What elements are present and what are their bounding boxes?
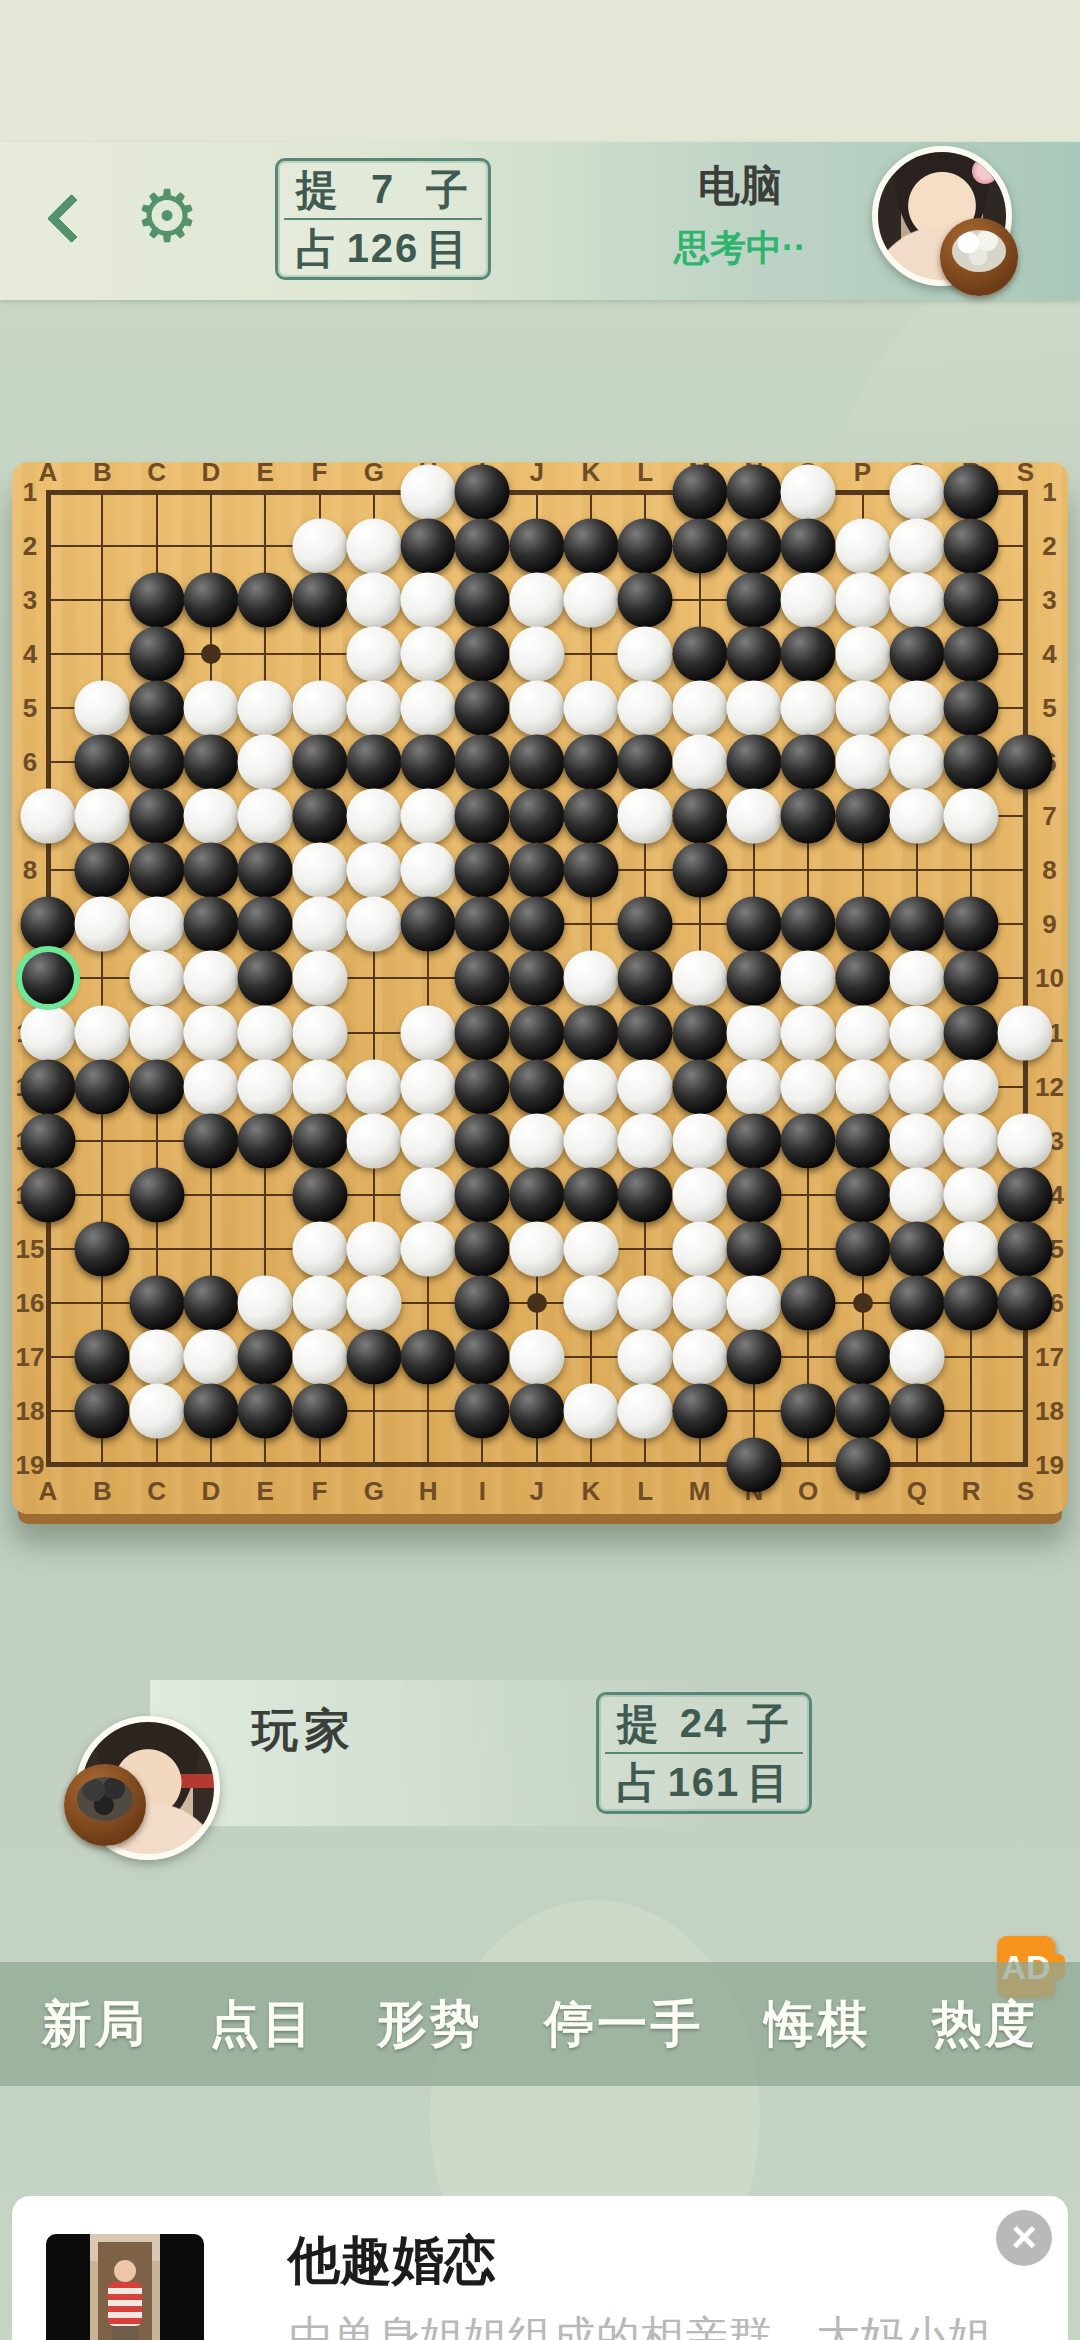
stone-L11 xyxy=(618,1005,673,1060)
col-label: L xyxy=(637,457,653,488)
row-label: 12 xyxy=(1035,1071,1064,1102)
stone-Q12 xyxy=(889,1059,944,1114)
capture-label: 提 xyxy=(617,1696,661,1752)
row-label: 4 xyxy=(23,639,37,670)
stone-P2 xyxy=(835,519,890,574)
stone-H6 xyxy=(401,735,456,790)
stone-B15 xyxy=(75,1221,130,1276)
opponent-name: 电脑 xyxy=(640,158,840,214)
stone-O4 xyxy=(781,627,836,682)
stone-N4 xyxy=(726,627,781,682)
stone-J8 xyxy=(509,843,564,898)
stone-R12 xyxy=(944,1059,999,1114)
stone-H7 xyxy=(401,789,456,844)
stone-G5 xyxy=(346,681,401,736)
stone-B17 xyxy=(75,1329,130,1384)
row-label: 17 xyxy=(1035,1341,1064,1372)
back-button[interactable] xyxy=(44,195,90,241)
col-label: M xyxy=(689,1475,711,1506)
player-name: 玩家 xyxy=(252,1700,392,1762)
stone-N17 xyxy=(726,1329,781,1384)
status-strip xyxy=(0,0,1080,142)
stone-K13 xyxy=(564,1113,619,1168)
stone-N11 xyxy=(726,1005,781,1060)
col-label: L xyxy=(637,1475,653,1506)
col-label: B xyxy=(93,1475,112,1506)
ad-title: 他趣婚恋 xyxy=(288,2226,496,2296)
row-label: 15 xyxy=(16,1233,45,1264)
stone-J6 xyxy=(509,735,564,790)
col-label: G xyxy=(364,1475,384,1506)
stone-R5 xyxy=(944,681,999,736)
stone-L3 xyxy=(618,573,673,628)
stone-N19 xyxy=(726,1437,781,1492)
stone-C18 xyxy=(129,1383,184,1438)
stone-K15 xyxy=(564,1221,619,1276)
capture-unit: 子 xyxy=(747,1696,791,1752)
stone-I16 xyxy=(455,1275,510,1330)
stone-D17 xyxy=(183,1329,238,1384)
stone-I11 xyxy=(455,1005,510,1060)
stone-R6 xyxy=(944,735,999,790)
stone-P6 xyxy=(835,735,890,790)
territory-unit: 目 xyxy=(747,1755,791,1811)
stone-A11 xyxy=(21,1005,76,1060)
stone-P9 xyxy=(835,897,890,952)
stone-M17 xyxy=(672,1329,727,1384)
stone-P14 xyxy=(835,1167,890,1222)
stone-F14 xyxy=(292,1167,347,1222)
go-board[interactable]: AABBCCDDEEFFGGHHIIJJKKLLMMNNOOPPQQRRSS11… xyxy=(12,462,1068,1514)
stone-I10 xyxy=(455,951,510,1006)
stone-F8 xyxy=(292,843,347,898)
stone-H2 xyxy=(401,519,456,574)
row-label: 6 xyxy=(23,747,37,778)
stone-G15 xyxy=(346,1221,401,1276)
ad-thumb-person-body xyxy=(108,2282,142,2326)
stone-R3 xyxy=(944,573,999,628)
col-label: K xyxy=(582,1475,601,1506)
stone-Q3 xyxy=(889,573,944,628)
last-move-marker xyxy=(16,946,80,1010)
stone-N7 xyxy=(726,789,781,844)
stone-K12 xyxy=(564,1059,619,1114)
stone-F10 xyxy=(292,951,347,1006)
stone-E10 xyxy=(238,951,293,1006)
row-label: 19 xyxy=(1035,1449,1064,1480)
stone-N5 xyxy=(726,681,781,736)
stone-M1 xyxy=(672,465,727,520)
stone-F16 xyxy=(292,1275,347,1330)
stone-G13 xyxy=(346,1113,401,1168)
stone-L13 xyxy=(618,1113,673,1168)
row-label: 8 xyxy=(1042,855,1056,886)
col-label: B xyxy=(93,457,112,488)
ad-thumb-person xyxy=(114,2260,136,2282)
stone-J3 xyxy=(509,573,564,628)
stone-E13 xyxy=(238,1113,293,1168)
stone-H17 xyxy=(401,1329,456,1384)
stone-I18 xyxy=(455,1383,510,1438)
stone-C10 xyxy=(129,951,184,1006)
menu-count-points[interactable]: 点目 xyxy=(209,1991,315,2058)
stone-R15 xyxy=(944,1221,999,1276)
stone-H12 xyxy=(401,1059,456,1114)
stone-B6 xyxy=(75,735,130,790)
app-screen: ⚙ 提 7 子 占 126 目 电脑 思考中·· AABBCCDDEEFFGGH… xyxy=(0,0,1080,2340)
stone-A12 xyxy=(21,1059,76,1114)
stone-A7 xyxy=(21,789,76,844)
stone-O7 xyxy=(781,789,836,844)
menu-undo[interactable]: 悔棋 xyxy=(765,1991,871,2058)
territory-value: 161 xyxy=(668,1760,741,1805)
player-score-box: 提 24 子 占 161 目 xyxy=(596,1692,812,1814)
stone-J5 xyxy=(509,681,564,736)
stone-O16 xyxy=(781,1275,836,1330)
col-label: O xyxy=(798,1475,818,1506)
white-stone-bowl xyxy=(940,218,1018,296)
stone-C3 xyxy=(129,573,184,628)
stone-K14 xyxy=(564,1167,619,1222)
col-label: D xyxy=(202,1475,221,1506)
stone-R2 xyxy=(944,519,999,574)
stone-F11 xyxy=(292,1005,347,1060)
stone-N13 xyxy=(726,1113,781,1168)
col-label: F xyxy=(312,457,328,488)
row-label: 7 xyxy=(1042,801,1056,832)
stone-B5 xyxy=(75,681,130,736)
stone-D12 xyxy=(183,1059,238,1114)
stone-M16 xyxy=(672,1275,727,1330)
col-label: E xyxy=(257,1475,274,1506)
stone-C5 xyxy=(129,681,184,736)
stone-O10 xyxy=(781,951,836,1006)
stone-Q9 xyxy=(889,897,944,952)
capture-unit: 子 xyxy=(426,162,470,218)
stone-Q10 xyxy=(889,951,944,1006)
stone-S6 xyxy=(998,735,1053,790)
col-label: K xyxy=(582,457,601,488)
col-label: R xyxy=(962,1475,981,1506)
stone-F9 xyxy=(292,897,347,952)
stone-G16 xyxy=(346,1275,401,1330)
bottom-menu-bar: 新局 点目 形势 停一手 悔棋 热度 xyxy=(0,1962,1080,2086)
stone-D13 xyxy=(183,1113,238,1168)
stone-N15 xyxy=(726,1221,781,1276)
stone-K7 xyxy=(564,789,619,844)
menu-heat[interactable]: 热度 xyxy=(932,1991,1038,2058)
col-label: D xyxy=(202,457,221,488)
stone-J10 xyxy=(509,951,564,1006)
col-label: C xyxy=(147,1475,166,1506)
stone-P13 xyxy=(835,1113,890,1168)
stone-L12 xyxy=(618,1059,673,1114)
stone-B11 xyxy=(75,1005,130,1060)
stone-D7 xyxy=(183,789,238,844)
stone-J15 xyxy=(509,1221,564,1276)
stone-O6 xyxy=(781,735,836,790)
row-label: 8 xyxy=(23,855,37,886)
row-label: 9 xyxy=(1042,909,1056,940)
stone-S14 xyxy=(998,1167,1053,1222)
stone-I17 xyxy=(455,1329,510,1384)
stone-F5 xyxy=(292,681,347,736)
stone-Q14 xyxy=(889,1167,944,1222)
stone-A13 xyxy=(21,1113,76,1168)
stone-K3 xyxy=(564,573,619,628)
stone-F18 xyxy=(292,1383,347,1438)
menu-pass[interactable]: 停一手 xyxy=(544,1991,703,2058)
col-label: A xyxy=(39,457,58,488)
stone-A14 xyxy=(21,1167,76,1222)
stone-I2 xyxy=(455,519,510,574)
stone-C9 xyxy=(129,897,184,952)
row-label: 5 xyxy=(1042,693,1056,724)
ad-description: 由单身姐姐组成的相亲群，大妈小姐姐都在... xyxy=(288,2308,988,2340)
stone-I12 xyxy=(455,1059,510,1114)
stone-I9 xyxy=(455,897,510,952)
stone-J2 xyxy=(509,519,564,574)
col-label: E xyxy=(257,457,274,488)
capture-value: 7 xyxy=(371,167,395,212)
stone-M11 xyxy=(672,1005,727,1060)
row-label: 19 xyxy=(16,1449,45,1480)
row-label: 1 xyxy=(1042,477,1056,508)
stone-L2 xyxy=(618,519,673,574)
stone-H13 xyxy=(401,1113,456,1168)
stone-P4 xyxy=(835,627,890,682)
stone-K6 xyxy=(564,735,619,790)
stone-Q2 xyxy=(889,519,944,574)
stone-K5 xyxy=(564,681,619,736)
row-label: 17 xyxy=(16,1341,45,1372)
menu-situation[interactable]: 形势 xyxy=(377,1991,483,2058)
stone-M6 xyxy=(672,735,727,790)
stone-B12 xyxy=(75,1059,130,1114)
stone-R7 xyxy=(944,789,999,844)
stone-H3 xyxy=(401,573,456,628)
stone-H8 xyxy=(401,843,456,898)
stone-Q13 xyxy=(889,1113,944,1168)
stone-E7 xyxy=(238,789,293,844)
stone-F3 xyxy=(292,573,347,628)
star-point xyxy=(853,1293,873,1313)
stone-D3 xyxy=(183,573,238,628)
star-point xyxy=(201,644,221,664)
stone-I1 xyxy=(455,465,510,520)
stone-D10 xyxy=(183,951,238,1006)
stone-G4 xyxy=(346,627,401,682)
row-label: 18 xyxy=(1035,1395,1064,1426)
stone-R10 xyxy=(944,951,999,1006)
row-label: 5 xyxy=(23,693,37,724)
stone-J13 xyxy=(509,1113,564,1168)
stone-E8 xyxy=(238,843,293,898)
stone-Q7 xyxy=(889,789,944,844)
ad-thumb-person-legs xyxy=(112,2326,138,2340)
stone-C16 xyxy=(129,1275,184,1330)
stone-J4 xyxy=(509,627,564,682)
menu-new-game[interactable]: 新局 xyxy=(42,1991,148,2058)
col-label: C xyxy=(147,457,166,488)
stone-F13 xyxy=(292,1113,347,1168)
ad-thumbnail: 广告 xyxy=(46,2234,204,2340)
stone-E6 xyxy=(238,735,293,790)
stone-D16 xyxy=(183,1275,238,1330)
stone-Q4 xyxy=(889,627,944,682)
stone-F7 xyxy=(292,789,347,844)
stone-M14 xyxy=(672,1167,727,1222)
stone-P3 xyxy=(835,573,890,628)
stone-D18 xyxy=(183,1383,238,1438)
stone-B9 xyxy=(75,897,130,952)
stone-O1 xyxy=(781,465,836,520)
stone-Q5 xyxy=(889,681,944,736)
stone-O11 xyxy=(781,1005,836,1060)
stone-K16 xyxy=(564,1275,619,1330)
stone-R14 xyxy=(944,1167,999,1222)
ad-close-icon[interactable]: × xyxy=(996,2210,1052,2266)
col-label: S xyxy=(1017,1475,1034,1506)
row-label: 18 xyxy=(16,1395,45,1426)
stone-D6 xyxy=(183,735,238,790)
stone-C6 xyxy=(129,735,184,790)
opponent-score-box: 提 7 子 占 126 目 xyxy=(275,158,491,280)
stone-L4 xyxy=(618,627,673,682)
stone-H4 xyxy=(401,627,456,682)
stone-Q1 xyxy=(889,465,944,520)
stone-H15 xyxy=(401,1221,456,1276)
stone-L17 xyxy=(618,1329,673,1384)
stone-E5 xyxy=(238,681,293,736)
stone-Q18 xyxy=(889,1383,944,1438)
stone-D9 xyxy=(183,897,238,952)
stone-F2 xyxy=(292,519,347,574)
stone-O5 xyxy=(781,681,836,736)
stone-M18 xyxy=(672,1383,727,1438)
territory-label: 占 xyxy=(296,221,340,277)
stone-J14 xyxy=(509,1167,564,1222)
stone-G9 xyxy=(346,897,401,952)
stone-A9 xyxy=(21,897,76,952)
stone-R13 xyxy=(944,1113,999,1168)
stone-O3 xyxy=(781,573,836,628)
row-label: 1 xyxy=(23,477,37,508)
stone-K10 xyxy=(564,951,619,1006)
stone-Q11 xyxy=(889,1005,944,1060)
stone-N2 xyxy=(726,519,781,574)
stone-G2 xyxy=(346,519,401,574)
row-label: 2 xyxy=(23,531,37,562)
stone-L18 xyxy=(618,1383,673,1438)
stone-I8 xyxy=(455,843,510,898)
stone-M15 xyxy=(672,1221,727,1276)
stone-O9 xyxy=(781,897,836,952)
stone-C12 xyxy=(129,1059,184,1114)
stone-I13 xyxy=(455,1113,510,1168)
stone-S16 xyxy=(998,1275,1053,1330)
stone-G6 xyxy=(346,735,401,790)
settings-gear-icon[interactable]: ⚙ xyxy=(132,176,202,256)
stone-B7 xyxy=(75,789,130,844)
stone-P15 xyxy=(835,1221,890,1276)
territory-value: 126 xyxy=(347,226,420,271)
stone-M5 xyxy=(672,681,727,736)
stone-L7 xyxy=(618,789,673,844)
stone-R9 xyxy=(944,897,999,952)
stone-N9 xyxy=(726,897,781,952)
stone-P12 xyxy=(835,1059,890,1114)
stone-I5 xyxy=(455,681,510,736)
stone-O12 xyxy=(781,1059,836,1114)
stone-L6 xyxy=(618,735,673,790)
stone-K11 xyxy=(564,1005,619,1060)
stone-S11 xyxy=(998,1005,1053,1060)
stone-Q16 xyxy=(889,1275,944,1330)
stone-R1 xyxy=(944,465,999,520)
stone-Q15 xyxy=(889,1221,944,1276)
capture-label: 提 xyxy=(296,162,340,218)
stone-G7 xyxy=(346,789,401,844)
stone-G12 xyxy=(346,1059,401,1114)
stone-Q6 xyxy=(889,735,944,790)
stone-E9 xyxy=(238,897,293,952)
stone-J17 xyxy=(509,1329,564,1384)
stone-K18 xyxy=(564,1383,619,1438)
stone-P17 xyxy=(835,1329,890,1384)
row-label: 16 xyxy=(16,1287,45,1318)
stone-G17 xyxy=(346,1329,401,1384)
stone-C8 xyxy=(129,843,184,898)
stone-H14 xyxy=(401,1167,456,1222)
stone-G8 xyxy=(346,843,401,898)
stone-E18 xyxy=(238,1383,293,1438)
stone-J12 xyxy=(509,1059,564,1114)
stone-R11 xyxy=(944,1005,999,1060)
stone-F17 xyxy=(292,1329,347,1384)
stone-I15 xyxy=(455,1221,510,1276)
stone-H1 xyxy=(401,465,456,520)
stone-P5 xyxy=(835,681,890,736)
stone-D8 xyxy=(183,843,238,898)
star-point xyxy=(527,1293,547,1313)
stone-R16 xyxy=(944,1275,999,1330)
stone-I7 xyxy=(455,789,510,844)
stone-J7 xyxy=(509,789,564,844)
stone-O18 xyxy=(781,1383,836,1438)
stone-E3 xyxy=(238,573,293,628)
col-label: Q xyxy=(907,1475,927,1506)
stone-O2 xyxy=(781,519,836,574)
stone-P18 xyxy=(835,1383,890,1438)
col-label: G xyxy=(364,457,384,488)
stone-L16 xyxy=(618,1275,673,1330)
ad-banner[interactable]: 广告 他趣婚恋 由单身姐姐组成的相亲群，大妈小姐姐都在... × xyxy=(12,2196,1068,2340)
stone-D5 xyxy=(183,681,238,736)
stone-R4 xyxy=(944,627,999,682)
stone-H5 xyxy=(401,681,456,736)
stone-O13 xyxy=(781,1113,836,1168)
stone-S15 xyxy=(998,1221,1053,1276)
stone-N10 xyxy=(726,951,781,1006)
stone-C4 xyxy=(129,627,184,682)
stone-M13 xyxy=(672,1113,727,1168)
stone-M4 xyxy=(672,627,727,682)
stone-L5 xyxy=(618,681,673,736)
stone-I3 xyxy=(455,573,510,628)
stone-L14 xyxy=(618,1167,673,1222)
stone-C14 xyxy=(129,1167,184,1222)
